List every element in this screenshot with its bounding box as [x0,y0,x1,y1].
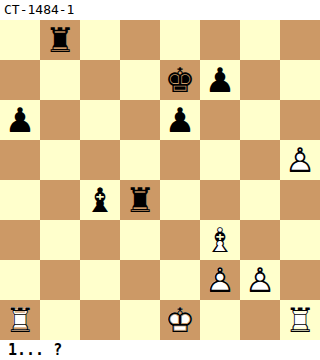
black-rook[interactable]: ♜ [40,20,80,60]
square-b7[interactable] [40,60,80,100]
square-h6[interactable] [280,100,320,140]
square-b5[interactable] [40,140,80,180]
white-rook[interactable]: ♖ [280,300,320,340]
square-h4[interactable] [280,180,320,220]
square-g6[interactable] [240,100,280,140]
square-a5[interactable] [0,140,40,180]
square-f8[interactable] [200,20,240,60]
square-c1[interactable] [80,300,120,340]
black-rook[interactable]: ♜ [120,180,160,220]
square-b2[interactable] [40,260,80,300]
square-g2[interactable]: ♟♙ [240,260,280,300]
square-a2[interactable] [0,260,40,300]
square-c8[interactable] [80,20,120,60]
square-d8[interactable] [120,20,160,60]
square-d2[interactable] [120,260,160,300]
black-king[interactable]: ♚ [160,60,200,100]
square-c2[interactable] [80,260,120,300]
square-h3[interactable] [280,220,320,260]
square-h1[interactable]: ♜♖ [280,300,320,340]
square-e7[interactable]: ♚ [160,60,200,100]
black-pawn[interactable]: ♟ [200,60,240,100]
square-d3[interactable] [120,220,160,260]
square-c4[interactable]: ♝ [80,180,120,220]
white-rook[interactable]: ♖ [0,300,40,340]
white-pawn[interactable]: ♙ [200,260,240,300]
square-a3[interactable] [0,220,40,260]
square-a1[interactable]: ♜♖ [0,300,40,340]
square-g8[interactable] [240,20,280,60]
square-g5[interactable] [240,140,280,180]
square-e2[interactable] [160,260,200,300]
chess-board: ♜♚♟♟♟♟♙♝♜♝♗♟♙♟♙♜♖♚♔♜♖ [0,20,320,340]
square-e1[interactable]: ♚♔ [160,300,200,340]
black-pawn[interactable]: ♟ [0,100,40,140]
square-c5[interactable] [80,140,120,180]
square-a7[interactable] [0,60,40,100]
square-f5[interactable] [200,140,240,180]
square-h7[interactable] [280,60,320,100]
square-f4[interactable] [200,180,240,220]
square-h5[interactable]: ♟♙ [280,140,320,180]
square-e4[interactable] [160,180,200,220]
white-pawn[interactable]: ♙ [240,260,280,300]
square-b3[interactable] [40,220,80,260]
white-king[interactable]: ♔ [160,300,200,340]
square-b6[interactable] [40,100,80,140]
white-pawn[interactable]: ♙ [280,140,320,180]
square-b8[interactable]: ♜ [40,20,80,60]
square-d1[interactable] [120,300,160,340]
square-g7[interactable] [240,60,280,100]
square-c6[interactable] [80,100,120,140]
square-f7[interactable]: ♟ [200,60,240,100]
black-pawn[interactable]: ♟ [160,100,200,140]
square-d5[interactable] [120,140,160,180]
square-c7[interactable] [80,60,120,100]
square-g1[interactable] [240,300,280,340]
square-d6[interactable] [120,100,160,140]
square-a4[interactable] [0,180,40,220]
square-h2[interactable] [280,260,320,300]
square-e8[interactable] [160,20,200,60]
square-f1[interactable] [200,300,240,340]
square-d7[interactable] [120,60,160,100]
square-g3[interactable] [240,220,280,260]
square-e6[interactable]: ♟ [160,100,200,140]
square-e3[interactable] [160,220,200,260]
square-e5[interactable] [160,140,200,180]
white-bishop[interactable]: ♗ [200,220,240,260]
chess-puzzle-page: CT-1484-1 ♜♚♟♟♟♟♙♝♜♝♗♟♙♟♙♜♖♚♔♜♖ 1... ? [0,0,320,360]
square-c3[interactable] [80,220,120,260]
black-bishop[interactable]: ♝ [80,180,120,220]
square-f3[interactable]: ♝♗ [200,220,240,260]
puzzle-title: CT-1484-1 [0,0,320,20]
square-b1[interactable] [40,300,80,340]
square-d4[interactable]: ♜ [120,180,160,220]
square-f6[interactable] [200,100,240,140]
square-b4[interactable] [40,180,80,220]
square-a8[interactable] [0,20,40,60]
square-h8[interactable] [280,20,320,60]
square-a6[interactable]: ♟ [0,100,40,140]
move-prompt: 1... ? [0,340,320,360]
square-f2[interactable]: ♟♙ [200,260,240,300]
square-g4[interactable] [240,180,280,220]
